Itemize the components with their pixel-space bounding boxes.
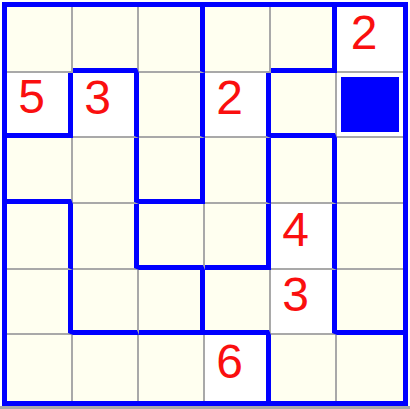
clue-number: 2 (216, 74, 243, 122)
cell-r3c6[interactable] (337, 138, 403, 204)
puzzle-grid: 2532436 (7, 7, 403, 401)
puzzle-window: 2532436 (0, 0, 410, 409)
cell-r5c3[interactable] (139, 270, 205, 336)
cell-r2c4[interactable]: 2 (205, 73, 271, 139)
clue-number: 6 (216, 338, 243, 386)
cell-r5c6[interactable] (337, 270, 403, 336)
cell-r2c5[interactable] (271, 73, 337, 139)
clue-number: 5 (18, 73, 45, 121)
cell-r6c2[interactable] (73, 335, 139, 401)
cell-r1c2[interactable] (73, 7, 139, 73)
clue-number: 3 (84, 74, 111, 122)
selected-cell-fill (341, 77, 399, 133)
cell-r4c2[interactable] (73, 204, 139, 270)
cell-r5c4[interactable] (205, 270, 271, 336)
cell-r1c6[interactable]: 2 (337, 7, 403, 73)
cell-r4c6[interactable] (337, 204, 403, 270)
cell-r3c2[interactable] (73, 138, 139, 204)
cell-r2c2[interactable]: 3 (73, 73, 139, 139)
cell-r3c3[interactable] (139, 138, 205, 204)
cell-r6c3[interactable] (139, 335, 205, 401)
puzzle-board: 2532436 (2, 2, 408, 406)
cell-r4c3[interactable] (139, 204, 205, 270)
cell-r2c6[interactable] (337, 73, 403, 139)
cell-r1c4[interactable] (205, 7, 271, 73)
cell-r2c1[interactable]: 5 (7, 73, 73, 139)
cell-r6c6[interactable] (337, 335, 403, 401)
cell-r3c1[interactable] (7, 138, 73, 204)
cell-r2c3[interactable] (139, 73, 205, 139)
cell-r5c1[interactable] (7, 270, 73, 336)
cell-r6c5[interactable] (271, 335, 337, 401)
cell-r6c1[interactable] (7, 335, 73, 401)
clue-number: 3 (282, 271, 309, 319)
cell-r4c5[interactable]: 4 (271, 204, 337, 270)
cell-r5c2[interactable] (73, 270, 139, 336)
clue-number: 2 (351, 9, 378, 57)
cell-r3c5[interactable] (271, 138, 337, 204)
cell-r1c1[interactable] (7, 7, 73, 73)
cell-r4c1[interactable] (7, 204, 73, 270)
cell-r3c4[interactable] (205, 138, 271, 204)
cell-r6c4[interactable]: 6 (205, 335, 271, 401)
cell-r4c4[interactable] (205, 204, 271, 270)
cell-r1c5[interactable] (271, 7, 337, 73)
clue-number: 4 (282, 206, 309, 254)
cell-r1c3[interactable] (139, 7, 205, 73)
cell-r5c5[interactable]: 3 (271, 270, 337, 336)
